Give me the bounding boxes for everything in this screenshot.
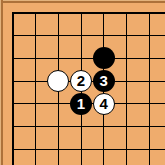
stone-move-1: 1	[70, 93, 92, 115]
stone-move-3: 3	[93, 70, 115, 92]
black-stone	[93, 47, 115, 69]
board-edge-bevel-left	[0, 0, 3, 165]
stone-move-2: 2	[70, 70, 92, 92]
stone-move-4: 4	[93, 93, 115, 115]
white-stone	[47, 70, 69, 92]
go-board-diagram: 2314	[0, 0, 165, 165]
board-edge-bevel-top	[0, 0, 165, 3]
stones-layer: 2314	[2, 2, 161, 161]
